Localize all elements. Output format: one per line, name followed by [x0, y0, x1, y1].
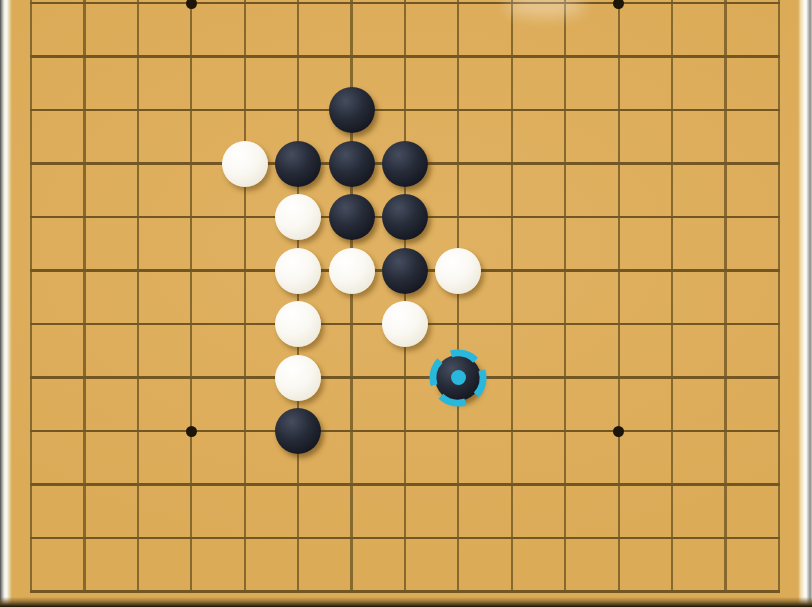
intersection-c13-r8[interactable]	[645, 190, 698, 244]
intersection-c1-r10[interactable]	[4, 297, 57, 351]
black-stone	[329, 194, 375, 240]
intersection-c9-r6[interactable]	[432, 83, 485, 137]
intersection-c5-r7[interactable]	[218, 137, 271, 191]
intersection-c8-r13[interactable]	[378, 458, 431, 512]
black-stone	[382, 248, 428, 294]
intersection-c7-r10[interactable]	[325, 297, 378, 351]
intersection-c3-r11[interactable]	[111, 351, 164, 405]
intersection-c14-r11[interactable]	[699, 351, 752, 405]
intersection-c10-r7[interactable]	[485, 137, 538, 191]
intersection-c6-r5[interactable]	[271, 30, 324, 84]
intersection-c13-r9[interactable]	[645, 244, 698, 298]
intersection-c3-r7[interactable]	[111, 137, 164, 191]
intersection-c10-r11[interactable]	[485, 351, 538, 405]
intersection-c8-r7[interactable]	[378, 137, 431, 191]
intersection-c4-r5[interactable]	[165, 30, 218, 84]
intersection-c12-r10[interactable]	[592, 297, 645, 351]
intersection-c9-r9[interactable]	[432, 244, 485, 298]
intersection-c12-r11[interactable]	[592, 351, 645, 405]
intersection-c6-r6[interactable]	[271, 83, 324, 137]
intersection-c6-r4[interactable]	[271, 0, 324, 30]
intersection-c11-r11[interactable]	[539, 351, 592, 405]
white-stone	[222, 141, 268, 187]
intersection-c2-r8[interactable]	[58, 190, 111, 244]
intersection-c10-r8[interactable]	[485, 190, 538, 244]
intersection-c12-r14[interactable]	[592, 511, 645, 565]
intersection-c2-r6[interactable]	[58, 83, 111, 137]
intersection-c14-r7[interactable]	[699, 137, 752, 191]
intersection-c3-r14[interactable]	[111, 511, 164, 565]
intersection-c13-r5[interactable]	[645, 30, 698, 84]
intersection-c12-r4[interactable]	[592, 0, 645, 30]
intersection-c12-r13[interactable]	[592, 458, 645, 512]
intersection-c14-r13[interactable]	[699, 458, 752, 512]
intersection-c4-r12[interactable]	[165, 404, 218, 458]
intersection-c10-r10[interactable]	[485, 297, 538, 351]
board-grid	[4, 0, 805, 607]
black-stone	[329, 141, 375, 187]
intersection-c11-r14[interactable]	[539, 511, 592, 565]
intersection-c9-r10[interactable]	[432, 297, 485, 351]
intersection-c13-r7[interactable]	[645, 137, 698, 191]
intersection-c14-r10[interactable]	[699, 297, 752, 351]
intersection-c10-r9[interactable]	[485, 244, 538, 298]
intersection-c7-r4[interactable]	[325, 0, 378, 30]
intersection-c8-r6[interactable]	[378, 83, 431, 137]
window-left-edge	[0, 0, 12, 607]
intersection-c8-r11[interactable]	[378, 351, 431, 405]
intersection-c2-r4[interactable]	[58, 0, 111, 30]
intersection-c5-r13[interactable]	[218, 458, 271, 512]
intersection-c2-r14[interactable]	[58, 511, 111, 565]
intersection-c8-r12[interactable]	[378, 404, 431, 458]
intersection-c12-r5[interactable]	[592, 30, 645, 84]
intersection-c1-r14[interactable]	[4, 511, 57, 565]
intersection-c11-r8[interactable]	[539, 190, 592, 244]
intersection-c1-r4[interactable]	[4, 0, 57, 30]
intersection-c14-r6[interactable]	[699, 83, 752, 137]
intersection-c9-r14[interactable]	[432, 511, 485, 565]
intersection-c8-r4[interactable]	[378, 0, 431, 30]
intersection-c13-r14[interactable]	[645, 511, 698, 565]
intersection-c13-r4[interactable]	[645, 0, 698, 30]
intersection-c12-r9[interactable]	[592, 244, 645, 298]
intersection-c11-r12[interactable]	[539, 404, 592, 458]
white-stone	[382, 301, 428, 347]
black-stone	[329, 87, 375, 133]
intersection-c5-r10[interactable]	[218, 297, 271, 351]
intersection-c1-r8[interactable]	[4, 190, 57, 244]
intersection-c11-r4[interactable]	[539, 0, 592, 30]
intersection-c2-r5[interactable]	[58, 30, 111, 84]
intersection-c5-r11[interactable]	[218, 351, 271, 405]
intersection-c2-r10[interactable]	[58, 297, 111, 351]
intersection-c1-r7[interactable]	[4, 137, 57, 191]
intersection-c7-r14[interactable]	[325, 511, 378, 565]
intersection-c13-r10[interactable]	[645, 297, 698, 351]
gomoku-app-window	[0, 0, 812, 607]
intersection-c12-r7[interactable]	[592, 137, 645, 191]
white-stone	[435, 248, 481, 294]
star-point	[613, 0, 624, 9]
intersection-c8-r8[interactable]	[378, 190, 431, 244]
intersection-c11-r13[interactable]	[539, 458, 592, 512]
intersection-c13-r6[interactable]	[645, 83, 698, 137]
white-stone	[275, 248, 321, 294]
black-stone	[382, 141, 428, 187]
intersection-c6-r9[interactable]	[271, 244, 324, 298]
intersection-c10-r6[interactable]	[485, 83, 538, 137]
intersection-c9-r13[interactable]	[432, 458, 485, 512]
intersection-c9-r7[interactable]	[432, 137, 485, 191]
star-point	[613, 426, 624, 437]
intersection-c4-r8[interactable]	[165, 190, 218, 244]
intersection-c4-r4[interactable]	[165, 0, 218, 30]
white-stone	[275, 301, 321, 347]
intersection-c14-r4[interactable]	[699, 0, 752, 30]
intersection-c10-r12[interactable]	[485, 404, 538, 458]
intersection-c5-r8[interactable]	[218, 190, 271, 244]
intersection-c1-r11[interactable]	[4, 351, 57, 405]
intersection-c1-r9[interactable]	[4, 244, 57, 298]
intersection-c2-r9[interactable]	[58, 244, 111, 298]
intersection-c12-r8[interactable]	[592, 190, 645, 244]
intersection-c9-r8[interactable]	[432, 190, 485, 244]
intersection-c4-r10[interactable]	[165, 297, 218, 351]
intersection-c10-r5[interactable]	[485, 30, 538, 84]
black-stone	[382, 194, 428, 240]
intersection-c12-r6[interactable]	[592, 83, 645, 137]
intersection-c3-r12[interactable]	[111, 404, 164, 458]
black-stone	[275, 141, 321, 187]
intersection-c13-r13[interactable]	[645, 458, 698, 512]
intersection-c11-r6[interactable]	[539, 83, 592, 137]
intersection-c2-r13[interactable]	[58, 458, 111, 512]
intersection-c6-r10[interactable]	[271, 297, 324, 351]
intersection-c11-r7[interactable]	[539, 137, 592, 191]
intersection-c9-r4[interactable]	[432, 0, 485, 30]
intersection-c6-r14[interactable]	[271, 511, 324, 565]
intersection-c11-r9[interactable]	[539, 244, 592, 298]
intersection-c3-r9[interactable]	[111, 244, 164, 298]
intersection-c5-r5[interactable]	[218, 30, 271, 84]
intersection-c2-r11[interactable]	[58, 351, 111, 405]
intersection-c6-r7[interactable]	[271, 137, 324, 191]
intersection-c4-r9[interactable]	[165, 244, 218, 298]
intersection-c7-r11[interactable]	[325, 351, 378, 405]
intersection-c3-r10[interactable]	[111, 297, 164, 351]
intersection-c6-r12[interactable]	[271, 404, 324, 458]
white-stone	[329, 248, 375, 294]
intersection-c4-r7[interactable]	[165, 137, 218, 191]
black-stone	[275, 408, 321, 454]
intersection-c5-r12[interactable]	[218, 404, 271, 458]
intersection-c4-r6[interactable]	[165, 83, 218, 137]
intersection-c13-r12[interactable]	[645, 404, 698, 458]
intersection-c14-r8[interactable]	[699, 190, 752, 244]
intersection-c11-r5[interactable]	[539, 30, 592, 84]
intersection-c7-r7[interactable]	[325, 137, 378, 191]
intersection-c1-r13[interactable]	[4, 458, 57, 512]
intersection-c7-r13[interactable]	[325, 458, 378, 512]
intersection-c10-r13[interactable]	[485, 458, 538, 512]
intersection-c7-r6[interactable]	[325, 83, 378, 137]
intersection-c1-r6[interactable]	[4, 83, 57, 137]
intersection-c2-r7[interactable]	[58, 137, 111, 191]
intersection-c8-r9[interactable]	[378, 244, 431, 298]
intersection-c8-r14[interactable]	[378, 511, 431, 565]
intersection-c14-r12[interactable]	[699, 404, 752, 458]
intersection-c7-r5[interactable]	[325, 30, 378, 84]
board-bottom-shadow	[0, 597, 812, 607]
intersection-c9-r12[interactable]	[432, 404, 485, 458]
intersection-c14-r14[interactable]	[699, 511, 752, 565]
window-right-edge	[798, 0, 812, 607]
intersection-c8-r10[interactable]	[378, 297, 431, 351]
intersection-c9-r11[interactable]	[432, 351, 485, 405]
intersection-c14-r9[interactable]	[699, 244, 752, 298]
intersection-c12-r12[interactable]	[592, 404, 645, 458]
intersection-c5-r14[interactable]	[218, 511, 271, 565]
intersection-c4-r13[interactable]	[165, 458, 218, 512]
black-stone	[435, 355, 481, 401]
intersection-c10-r14[interactable]	[485, 511, 538, 565]
intersection-c3-r8[interactable]	[111, 190, 164, 244]
intersection-c5-r4[interactable]	[218, 0, 271, 30]
intersection-c3-r5[interactable]	[111, 30, 164, 84]
intersection-c8-r5[interactable]	[378, 30, 431, 84]
intersection-c5-r6[interactable]	[218, 83, 271, 137]
intersection-c7-r12[interactable]	[325, 404, 378, 458]
white-stone	[275, 194, 321, 240]
intersection-c11-r10[interactable]	[539, 297, 592, 351]
intersection-c5-r9[interactable]	[218, 244, 271, 298]
intersection-c6-r8[interactable]	[271, 190, 324, 244]
intersection-c1-r5[interactable]	[4, 30, 57, 84]
intersection-c3-r13[interactable]	[111, 458, 164, 512]
intersection-c3-r4[interactable]	[111, 0, 164, 30]
white-stone	[275, 355, 321, 401]
intersection-c1-r12[interactable]	[4, 404, 57, 458]
intersection-c7-r9[interactable]	[325, 244, 378, 298]
intersection-c7-r8[interactable]	[325, 190, 378, 244]
intersection-c14-r5[interactable]	[699, 30, 752, 84]
intersection-c6-r11[interactable]	[271, 351, 324, 405]
intersection-c13-r11[interactable]	[645, 351, 698, 405]
intersection-c10-r4[interactable]	[485, 0, 538, 30]
intersection-c4-r11[interactable]	[165, 351, 218, 405]
intersection-c3-r6[interactable]	[111, 83, 164, 137]
star-point	[186, 0, 197, 9]
intersection-c4-r14[interactable]	[165, 511, 218, 565]
intersection-c6-r13[interactable]	[271, 458, 324, 512]
star-point	[186, 426, 197, 437]
intersection-c2-r12[interactable]	[58, 404, 111, 458]
intersection-c9-r5[interactable]	[432, 30, 485, 84]
